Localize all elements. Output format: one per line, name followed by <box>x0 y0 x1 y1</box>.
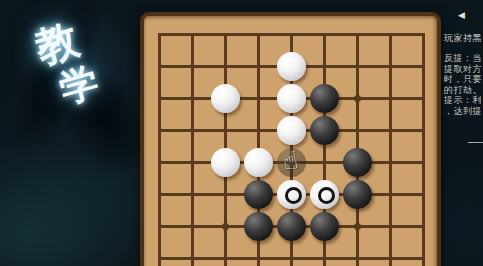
board-cell[interactable] <box>242 18 275 50</box>
lesson-line: 的打劫。 <box>444 85 483 96</box>
hand-cursor-icon: ☝ <box>281 148 299 174</box>
black-stone <box>310 84 339 113</box>
black-stone <box>310 212 339 241</box>
board-cell[interactable] <box>176 242 209 266</box>
board-cell[interactable] <box>341 114 374 146</box>
lesson-line: 提取对方 <box>444 64 483 75</box>
black-stone <box>244 212 273 241</box>
board-cell[interactable] <box>275 210 308 242</box>
board-cell[interactable] <box>143 114 176 146</box>
board-cell[interactable] <box>374 242 407 266</box>
board-cell[interactable] <box>143 178 176 210</box>
white-stone-circle-marked <box>277 180 306 209</box>
panel-divider <box>468 142 483 143</box>
white-stone <box>277 116 306 145</box>
white-stone <box>277 84 306 113</box>
board-cell[interactable] <box>275 178 308 210</box>
board-cell[interactable] <box>176 18 209 50</box>
white-stone <box>244 148 273 177</box>
lesson-line: 反提：当 <box>444 53 483 64</box>
board-cell[interactable] <box>374 18 407 50</box>
board-cell[interactable] <box>374 50 407 82</box>
board-cell[interactable] <box>176 50 209 82</box>
lesson-title: 玩家持黑 <box>444 32 483 45</box>
board-cell[interactable] <box>275 82 308 114</box>
board-cell[interactable] <box>242 210 275 242</box>
board-cell[interactable] <box>407 242 440 266</box>
white-stone <box>211 148 240 177</box>
board-cell[interactable] <box>176 146 209 178</box>
board-cell[interactable] <box>341 50 374 82</box>
board-cell[interactable] <box>341 146 374 178</box>
board-cell[interactable] <box>242 114 275 146</box>
board-cell[interactable] <box>209 82 242 114</box>
board-cell[interactable] <box>209 242 242 266</box>
star-point <box>354 223 361 230</box>
black-stone <box>343 148 372 177</box>
board-cell[interactable] <box>242 178 275 210</box>
board-cell[interactable] <box>374 178 407 210</box>
white-stone-circle-marked <box>310 180 339 209</box>
board-cell[interactable] <box>209 146 242 178</box>
board-cell[interactable] <box>275 242 308 266</box>
board-cell[interactable] <box>275 18 308 50</box>
board-cell[interactable] <box>176 82 209 114</box>
board-cell[interactable] <box>242 242 275 266</box>
board-cell[interactable] <box>407 210 440 242</box>
board-cell[interactable] <box>341 242 374 266</box>
board-cell[interactable] <box>242 50 275 82</box>
board-cell[interactable] <box>407 50 440 82</box>
board-cell[interactable] <box>341 178 374 210</box>
board-cell[interactable] <box>242 146 275 178</box>
board-cell[interactable] <box>308 146 341 178</box>
board-cell[interactable] <box>374 146 407 178</box>
lesson-line: 时，只要 <box>444 74 483 85</box>
board-cell[interactable] <box>374 210 407 242</box>
board-cell[interactable] <box>209 114 242 146</box>
lesson-body-text: 反提：当 提取对方 时，只要 的打劫。 提示：利 ，达到提 <box>444 53 483 116</box>
white-stone <box>277 52 306 81</box>
panel-collapse-icon[interactable]: ◀ <box>458 11 465 20</box>
board-cell[interactable] <box>143 82 176 114</box>
star-point <box>354 95 361 102</box>
board-cell[interactable] <box>143 242 176 266</box>
board-cell[interactable] <box>308 114 341 146</box>
board-cell[interactable] <box>341 82 374 114</box>
white-stone <box>211 84 240 113</box>
lesson-panel: ◀ 玩家持黑 反提：当 提取对方 时，只要 的打劫。 提示：利 ，达到提 <box>441 0 483 266</box>
board-cell[interactable] <box>308 178 341 210</box>
board-cell[interactable] <box>407 146 440 178</box>
lesson-line: ，达到提 <box>444 106 483 117</box>
app-screen: 教 学 ☝ ◀ 玩家持黑 反提：当 提取对方 时，只要 的打劫。 提示：利 ，达… <box>0 0 483 266</box>
board-cell[interactable] <box>143 210 176 242</box>
black-stone <box>310 116 339 145</box>
black-stone <box>244 180 273 209</box>
board-cell[interactable] <box>407 114 440 146</box>
board-cell[interactable] <box>143 18 176 50</box>
board-cell[interactable] <box>143 50 176 82</box>
board-cell[interactable] <box>275 114 308 146</box>
board-cell[interactable] <box>176 178 209 210</box>
lesson-line: 提示：利 <box>444 95 483 106</box>
board-cell[interactable] <box>209 210 242 242</box>
board-cell[interactable] <box>209 18 242 50</box>
board-cell[interactable] <box>308 82 341 114</box>
black-stone <box>343 180 372 209</box>
board-cell[interactable] <box>374 82 407 114</box>
board-cell[interactable] <box>308 210 341 242</box>
board-cell[interactable] <box>209 50 242 82</box>
board-cell[interactable] <box>242 82 275 114</box>
board-cell[interactable] <box>209 178 242 210</box>
star-point <box>222 223 229 230</box>
board-cell[interactable] <box>275 50 308 82</box>
board-cell[interactable] <box>341 18 374 50</box>
black-stone <box>277 212 306 241</box>
board-cell[interactable] <box>308 18 341 50</box>
board-cell[interactable] <box>308 50 341 82</box>
board-cell[interactable] <box>374 114 407 146</box>
board-cell[interactable] <box>308 242 341 266</box>
board-cell[interactable] <box>143 146 176 178</box>
go-board[interactable] <box>140 12 441 266</box>
board-cell[interactable] <box>407 18 440 50</box>
board-cell[interactable] <box>407 178 440 210</box>
board-cell[interactable] <box>407 82 440 114</box>
board-cell[interactable] <box>176 114 209 146</box>
board-cell[interactable] <box>341 210 374 242</box>
board-cell[interactable] <box>176 210 209 242</box>
stones-grid <box>143 18 440 266</box>
